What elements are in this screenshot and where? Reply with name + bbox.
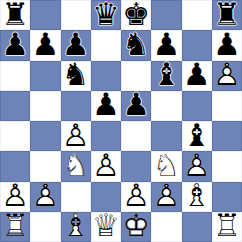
black-pawn-icon: ♟: [212, 30, 242, 60]
square-f7[interactable]: ♟: [151, 30, 181, 60]
black-pawn-icon: ♟: [121, 91, 151, 121]
chessboard-container: ♜♛♚♜♟♟♟♞♟♟♞♝♟♟♙♟♟♟♙♝♞♘♟♙♞♘♟♙♟♙♟♙♟♙♟♙♝♗♜♖…: [0, 0, 242, 242]
white-king-outline-icon: ♔: [121, 212, 151, 242]
square-c7[interactable]: ♟: [61, 30, 91, 60]
piece-white-queen[interactable]: ♛♕: [91, 212, 121, 242]
piece-white-rook[interactable]: ♜♖: [0, 212, 30, 242]
square-h1[interactable]: ♜♖: [212, 212, 242, 242]
square-e8[interactable]: ♚: [121, 0, 151, 30]
square-a2[interactable]: ♟♙: [0, 182, 30, 212]
black-bishop-icon: ♝: [182, 121, 212, 151]
black-pawn-icon: ♟: [0, 30, 30, 60]
square-c2[interactable]: [61, 182, 91, 212]
square-f3[interactable]: ♞♘: [151, 151, 181, 181]
square-b3[interactable]: [30, 151, 60, 181]
piece-black-knight[interactable]: ♞: [121, 30, 151, 60]
square-h6[interactable]: ♟♙: [212, 61, 242, 91]
square-e4[interactable]: [121, 121, 151, 151]
square-d7[interactable]: [91, 30, 121, 60]
square-g1[interactable]: [182, 212, 212, 242]
square-a8[interactable]: ♜: [0, 0, 30, 30]
piece-white-pawn[interactable]: ♟♙: [91, 151, 121, 181]
piece-black-pawn[interactable]: ♟: [151, 30, 181, 60]
square-a5[interactable]: [0, 91, 30, 121]
piece-black-rook[interactable]: ♜: [0, 0, 30, 30]
white-pawn-outline-icon: ♙: [182, 151, 212, 181]
piece-white-pawn[interactable]: ♟♙: [30, 182, 60, 212]
square-g4[interactable]: ♝: [182, 121, 212, 151]
square-f2[interactable]: ♟♙: [151, 182, 181, 212]
square-h4[interactable]: [212, 121, 242, 151]
square-d5[interactable]: ♟: [91, 91, 121, 121]
piece-black-knight[interactable]: ♞: [61, 61, 91, 91]
square-f4[interactable]: [151, 121, 181, 151]
piece-black-pawn[interactable]: ♟: [91, 91, 121, 121]
white-pawn-outline-icon: ♙: [0, 182, 30, 212]
white-queen-outline-icon: ♕: [91, 212, 121, 242]
square-d3[interactable]: ♟♙: [91, 151, 121, 181]
piece-white-pawn[interactable]: ♟♙: [61, 121, 91, 151]
piece-white-pawn[interactable]: ♟♙: [212, 61, 242, 91]
square-d2[interactable]: [91, 182, 121, 212]
black-pawn-icon: ♟: [61, 30, 91, 60]
square-b7[interactable]: ♟: [30, 30, 60, 60]
piece-white-pawn[interactable]: ♟♙: [151, 182, 181, 212]
square-f8[interactable]: [151, 0, 181, 30]
piece-white-bishop[interactable]: ♝♗: [182, 182, 212, 212]
square-b5[interactable]: [30, 91, 60, 121]
square-d8[interactable]: ♛: [91, 0, 121, 30]
square-h5[interactable]: [212, 91, 242, 121]
square-g7[interactable]: [182, 30, 212, 60]
square-f5[interactable]: [151, 91, 181, 121]
black-rook-icon: ♜: [0, 0, 30, 30]
square-c5[interactable]: [61, 91, 91, 121]
black-king-icon: ♚: [121, 0, 151, 30]
square-h2[interactable]: [212, 182, 242, 212]
square-d4[interactable]: [91, 121, 121, 151]
piece-black-king[interactable]: ♚: [121, 0, 151, 30]
piece-black-pawn[interactable]: ♟: [61, 30, 91, 60]
square-h7[interactable]: ♟: [212, 30, 242, 60]
white-bishop-outline-icon: ♗: [182, 182, 212, 212]
white-bishop-outline-icon: ♗: [61, 212, 91, 242]
square-b2[interactable]: ♟♙: [30, 182, 60, 212]
square-a4[interactable]: [0, 121, 30, 151]
square-e3[interactable]: [121, 151, 151, 181]
piece-white-bishop[interactable]: ♝♗: [61, 212, 91, 242]
square-g6[interactable]: ♟: [182, 61, 212, 91]
white-knight-outline-icon: ♘: [61, 151, 91, 181]
white-pawn-outline-icon: ♙: [121, 182, 151, 212]
piece-white-pawn[interactable]: ♟♙: [121, 182, 151, 212]
square-f6[interactable]: ♝: [151, 61, 181, 91]
chess-board: ♜♛♚♜♟♟♟♞♟♟♞♝♟♟♙♟♟♟♙♝♞♘♟♙♞♘♟♙♟♙♟♙♟♙♟♙♝♗♜♖…: [0, 0, 242, 242]
square-b1[interactable]: [30, 212, 60, 242]
square-c3[interactable]: ♞♘: [61, 151, 91, 181]
square-e5[interactable]: ♟: [121, 91, 151, 121]
white-pawn-outline-icon: ♙: [61, 121, 91, 151]
square-d6[interactable]: [91, 61, 121, 91]
black-knight-icon: ♞: [121, 30, 151, 60]
piece-white-pawn[interactable]: ♟♙: [182, 151, 212, 181]
square-c8[interactable]: [61, 0, 91, 30]
square-c4[interactable]: ♟♙: [61, 121, 91, 151]
white-pawn-outline-icon: ♙: [30, 182, 60, 212]
white-rook-outline-icon: ♖: [0, 212, 30, 242]
piece-black-pawn[interactable]: ♟: [121, 91, 151, 121]
black-pawn-icon: ♟: [30, 30, 60, 60]
black-rook-icon: ♜: [212, 0, 242, 30]
square-h3[interactable]: [212, 151, 242, 181]
piece-black-pawn[interactable]: ♟: [30, 30, 60, 60]
white-pawn-outline-icon: ♙: [151, 182, 181, 212]
square-b6[interactable]: [30, 61, 60, 91]
square-g8[interactable]: [182, 0, 212, 30]
piece-black-bishop[interactable]: ♝: [151, 61, 181, 91]
square-a1[interactable]: ♜♖: [0, 212, 30, 242]
square-e6[interactable]: [121, 61, 151, 91]
square-h8[interactable]: ♜: [212, 0, 242, 30]
square-d1[interactable]: ♛♕: [91, 212, 121, 242]
square-e2[interactable]: ♟♙: [121, 182, 151, 212]
piece-white-rook[interactable]: ♜♖: [212, 212, 242, 242]
black-bishop-icon: ♝: [151, 61, 181, 91]
piece-white-king[interactable]: ♚♔: [121, 212, 151, 242]
piece-white-knight[interactable]: ♞♘: [151, 151, 181, 181]
black-pawn-icon: ♟: [91, 91, 121, 121]
black-pawn-icon: ♟: [182, 61, 212, 91]
black-queen-icon: ♛: [91, 0, 121, 30]
white-pawn-outline-icon: ♙: [91, 151, 121, 181]
square-a7[interactable]: ♟: [0, 30, 30, 60]
white-pawn-outline-icon: ♙: [212, 61, 242, 91]
white-knight-outline-icon: ♘: [151, 151, 181, 181]
square-f1[interactable]: [151, 212, 181, 242]
piece-black-queen[interactable]: ♛: [91, 0, 121, 30]
square-e7[interactable]: ♞: [121, 30, 151, 60]
square-g5[interactable]: [182, 91, 212, 121]
piece-black-pawn[interactable]: ♟: [212, 30, 242, 60]
piece-white-pawn[interactable]: ♟♙: [0, 182, 30, 212]
square-g3[interactable]: ♟♙: [182, 151, 212, 181]
piece-black-pawn[interactable]: ♟: [0, 30, 30, 60]
white-rook-outline-icon: ♖: [212, 212, 242, 242]
black-knight-icon: ♞: [61, 61, 91, 91]
square-a3[interactable]: [0, 151, 30, 181]
square-b4[interactable]: [30, 121, 60, 151]
square-a6[interactable]: [0, 61, 30, 91]
piece-black-rook[interactable]: ♜: [212, 0, 242, 30]
piece-black-bishop[interactable]: ♝: [182, 121, 212, 151]
square-b8[interactable]: [30, 0, 60, 30]
piece-white-knight[interactable]: ♞♘: [61, 151, 91, 181]
square-c6[interactable]: ♞: [61, 61, 91, 91]
square-e1[interactable]: ♚♔: [121, 212, 151, 242]
piece-black-pawn[interactable]: ♟: [182, 61, 212, 91]
square-g2[interactable]: ♝♗: [182, 182, 212, 212]
square-c1[interactable]: ♝♗: [61, 212, 91, 242]
black-pawn-icon: ♟: [151, 30, 181, 60]
